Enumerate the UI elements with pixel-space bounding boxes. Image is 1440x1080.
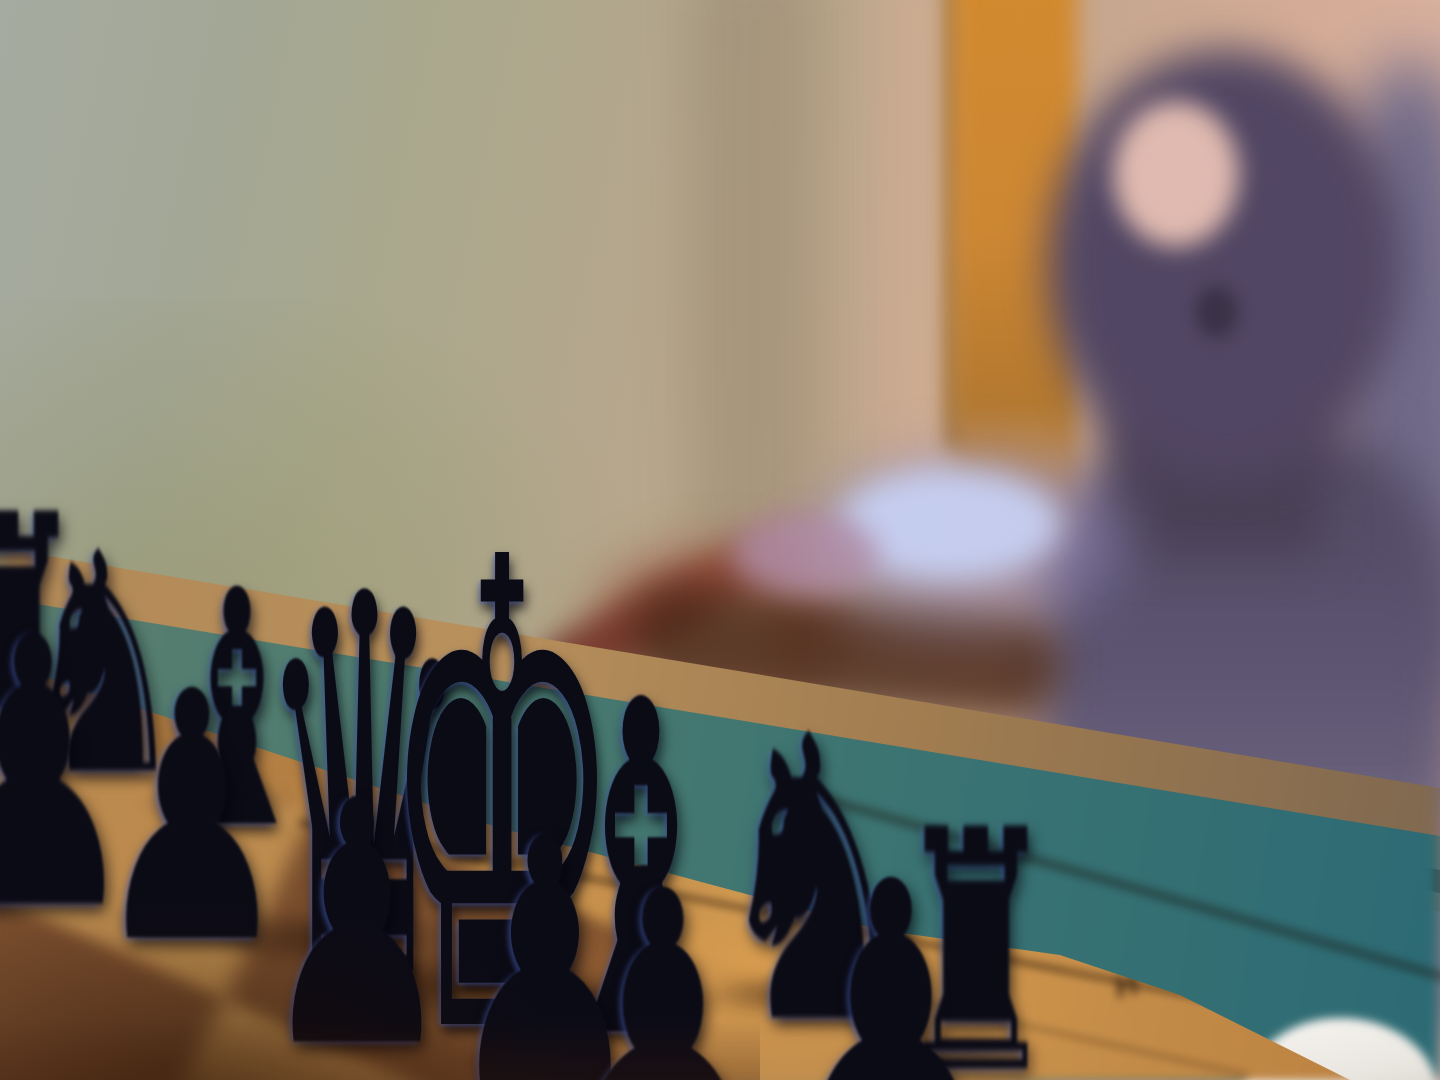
chess-photo-scene: G H ♜♞♝♛♚♝♞♜♟♟♟♟♟♟ xyxy=(0,0,1440,1080)
piece-black-pawn-f7: ♟ xyxy=(773,829,1009,1080)
bottom-edge-shadow xyxy=(0,1020,760,1080)
